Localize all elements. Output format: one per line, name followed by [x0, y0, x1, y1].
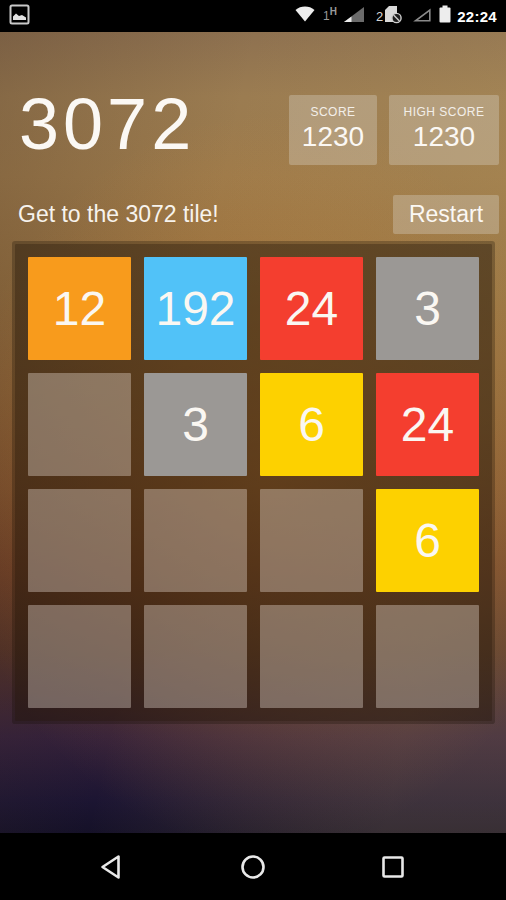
signal-triangle-sim1-icon [344, 7, 364, 26]
no-sim-icon [384, 5, 403, 28]
score-box: SCORE 1230 [289, 95, 377, 165]
tile-3: 3 [144, 373, 247, 476]
tile-6: 6 [376, 489, 479, 592]
score-panel: SCORE 1230 HIGH SCORE 1230 [289, 95, 499, 165]
signal-triangle-sim2-icon [411, 7, 431, 26]
empty-cell [28, 373, 131, 476]
clock: 22:24 [457, 8, 497, 25]
high-score-box: HIGH SCORE 1230 [389, 95, 499, 165]
sim2-label: 2 [376, 9, 383, 24]
score-label: SCORE [310, 105, 355, 119]
android-nav-bar [0, 833, 506, 900]
recents-icon[interactable] [378, 852, 408, 882]
empty-cell [28, 489, 131, 592]
tile-192: 192 [144, 257, 247, 360]
empty-cell [260, 489, 363, 592]
high-score-value: 1230 [413, 121, 475, 153]
phone-screen: 1 H 2 [0, 0, 506, 900]
high-score-label: HIGH SCORE [403, 105, 484, 119]
goal-text: Get to the 3072 tile! [18, 201, 219, 228]
restart-button[interactable]: Restart [393, 195, 499, 234]
sim1-network-indicator: H [330, 6, 337, 17]
tile-3: 3 [376, 257, 479, 360]
wifi-icon [295, 6, 315, 26]
sim1-label: 1 [323, 9, 330, 23]
empty-cell [144, 605, 247, 708]
empty-cell [28, 605, 131, 708]
empty-cell [376, 605, 479, 708]
tile-24: 24 [376, 373, 479, 476]
screenshot-icon [9, 4, 30, 29]
tile-12: 12 [28, 257, 131, 360]
battery-icon [439, 5, 451, 27]
home-icon[interactable] [238, 852, 268, 882]
game-board[interactable]: 1219224336246 [15, 244, 492, 721]
tile-24: 24 [260, 257, 363, 360]
back-icon[interactable] [98, 852, 128, 882]
empty-cell [144, 489, 247, 592]
status-bar: 1 H 2 [0, 0, 506, 32]
empty-cell [260, 605, 363, 708]
app-background: 3072 SCORE 1230 HIGH SCORE 1230 Get to t… [0, 32, 506, 833]
score-value: 1230 [302, 121, 364, 153]
page-title: 3072 [19, 88, 195, 160]
tile-6: 6 [260, 373, 363, 476]
